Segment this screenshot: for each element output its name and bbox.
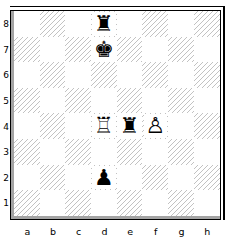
rank-label-2: 2 bbox=[0, 165, 9, 191]
rank-label-8: 8 bbox=[0, 12, 9, 38]
square-c6[interactable] bbox=[65, 62, 91, 88]
file-label-b: b bbox=[40, 226, 66, 237]
square-h2[interactable] bbox=[194, 165, 220, 191]
rank-label-5: 5 bbox=[0, 88, 9, 114]
file-label-c: c bbox=[66, 226, 92, 237]
square-b6[interactable] bbox=[40, 62, 66, 88]
chess-diagram: 87654321 ♜♚♖♜♙♟ abcdefgh bbox=[0, 0, 234, 239]
square-f6[interactable] bbox=[142, 62, 168, 88]
rank-label-3: 3 bbox=[0, 139, 9, 165]
black-rook-e4[interactable]: ♜ bbox=[118, 114, 142, 138]
square-c3[interactable] bbox=[65, 139, 91, 165]
square-c1[interactable] bbox=[65, 190, 91, 216]
square-a7[interactable] bbox=[14, 37, 40, 63]
square-f4[interactable]: ♙ bbox=[142, 113, 168, 139]
file-label-h: h bbox=[194, 226, 220, 237]
square-d5[interactable] bbox=[91, 88, 117, 114]
square-g4[interactable] bbox=[168, 113, 194, 139]
square-f3[interactable] bbox=[142, 139, 168, 165]
square-g5[interactable] bbox=[168, 88, 194, 114]
square-a4[interactable] bbox=[14, 113, 40, 139]
rank-label-4: 4 bbox=[0, 114, 9, 140]
rank-label-1: 1 bbox=[0, 191, 9, 217]
square-b1[interactable] bbox=[40, 190, 66, 216]
square-c2[interactable] bbox=[65, 165, 91, 191]
square-d6[interactable] bbox=[91, 62, 117, 88]
square-h3[interactable] bbox=[194, 139, 220, 165]
square-d8[interactable]: ♜ bbox=[91, 11, 117, 37]
file-label-d: d bbox=[92, 226, 118, 237]
square-d1[interactable] bbox=[91, 190, 117, 216]
square-c7[interactable] bbox=[65, 37, 91, 63]
square-h6[interactable] bbox=[194, 62, 220, 88]
square-f7[interactable] bbox=[142, 37, 168, 63]
square-a1[interactable] bbox=[14, 190, 40, 216]
square-a2[interactable] bbox=[14, 165, 40, 191]
file-labels: abcdefgh bbox=[15, 226, 221, 237]
board-frame: ♜♚♖♜♙♟ bbox=[10, 10, 221, 220]
square-d2[interactable]: ♟ bbox=[91, 165, 117, 191]
black-king-d7[interactable]: ♚ bbox=[92, 38, 116, 62]
square-a5[interactable] bbox=[14, 88, 40, 114]
square-g2[interactable] bbox=[168, 165, 194, 191]
square-e1[interactable] bbox=[117, 190, 143, 216]
square-e6[interactable] bbox=[117, 62, 143, 88]
square-e2[interactable] bbox=[117, 165, 143, 191]
square-g6[interactable] bbox=[168, 62, 194, 88]
rank-label-6: 6 bbox=[0, 63, 9, 89]
white-rook-d4[interactable]: ♖ bbox=[92, 114, 116, 138]
white-pawn-f4[interactable]: ♙ bbox=[144, 114, 168, 138]
square-c5[interactable] bbox=[65, 88, 91, 114]
square-a6[interactable] bbox=[14, 62, 40, 88]
square-e7[interactable] bbox=[117, 37, 143, 63]
square-b3[interactable] bbox=[40, 139, 66, 165]
square-b8[interactable] bbox=[40, 11, 66, 37]
square-a3[interactable] bbox=[14, 139, 40, 165]
square-e8[interactable] bbox=[117, 11, 143, 37]
black-rook-d8[interactable]: ♜ bbox=[92, 12, 116, 36]
square-e3[interactable] bbox=[117, 139, 143, 165]
square-f1[interactable] bbox=[142, 190, 168, 216]
square-c8[interactable] bbox=[65, 11, 91, 37]
square-g7[interactable] bbox=[168, 37, 194, 63]
square-d3[interactable] bbox=[91, 139, 117, 165]
black-pawn-d2[interactable]: ♟ bbox=[92, 166, 116, 190]
square-h1[interactable] bbox=[194, 190, 220, 216]
square-h8[interactable] bbox=[194, 11, 220, 37]
square-b4[interactable] bbox=[40, 113, 66, 139]
square-b7[interactable] bbox=[40, 37, 66, 63]
square-f8[interactable] bbox=[142, 11, 168, 37]
square-e5[interactable] bbox=[117, 88, 143, 114]
square-g3[interactable] bbox=[168, 139, 194, 165]
square-e4[interactable]: ♜ bbox=[117, 113, 143, 139]
square-f5[interactable] bbox=[142, 88, 168, 114]
square-b5[interactable] bbox=[40, 88, 66, 114]
rank-label-7: 7 bbox=[0, 37, 9, 63]
square-b2[interactable] bbox=[40, 165, 66, 191]
file-label-a: a bbox=[15, 226, 41, 237]
square-h7[interactable] bbox=[194, 37, 220, 63]
board-grid: ♜♚♖♜♙♟ bbox=[14, 11, 220, 216]
rank-labels: 87654321 bbox=[0, 12, 9, 217]
square-h4[interactable] bbox=[194, 113, 220, 139]
square-d4[interactable]: ♖ bbox=[91, 113, 117, 139]
file-label-e: e bbox=[117, 226, 143, 237]
square-a8[interactable] bbox=[14, 11, 40, 37]
square-g8[interactable] bbox=[168, 11, 194, 37]
square-f2[interactable] bbox=[142, 165, 168, 191]
file-label-g: g bbox=[169, 226, 195, 237]
file-label-f: f bbox=[143, 226, 169, 237]
square-g1[interactable] bbox=[168, 190, 194, 216]
square-h5[interactable] bbox=[194, 88, 220, 114]
square-c4[interactable] bbox=[65, 113, 91, 139]
square-d7[interactable]: ♚ bbox=[91, 37, 117, 63]
